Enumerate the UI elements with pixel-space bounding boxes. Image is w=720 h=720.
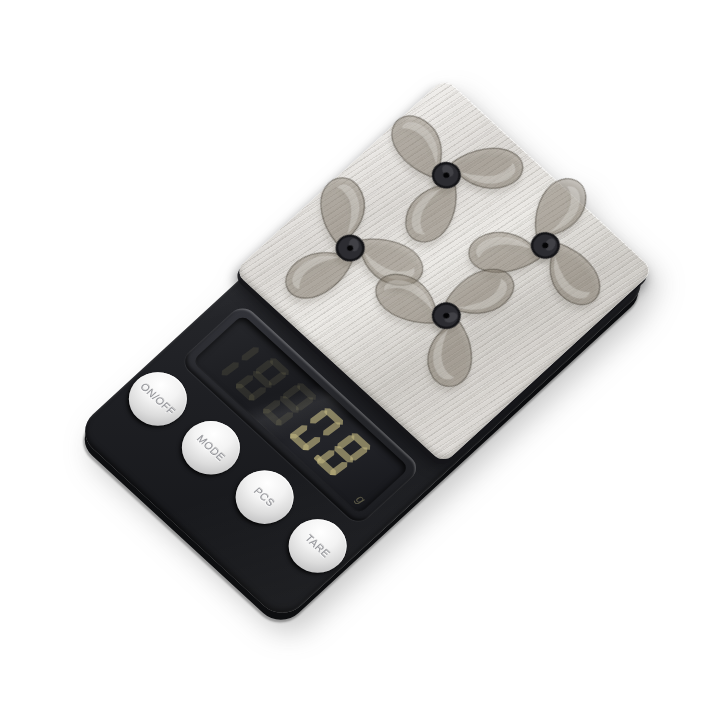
pcs-button-label: PCS (252, 485, 277, 508)
unit-label: g (353, 492, 369, 506)
scene-background: g ON/OFF MODE PCS TARE (0, 0, 720, 720)
tare-button-label: TARE (303, 532, 333, 559)
mode-button-label: MODE (195, 433, 228, 463)
onoff-button-label: ON/OFF (138, 381, 178, 417)
pocket-scale: g ON/OFF MODE PCS TARE (64, 79, 665, 632)
scale-shadow-wrapper: g ON/OFF MODE PCS TARE (0, 29, 720, 691)
